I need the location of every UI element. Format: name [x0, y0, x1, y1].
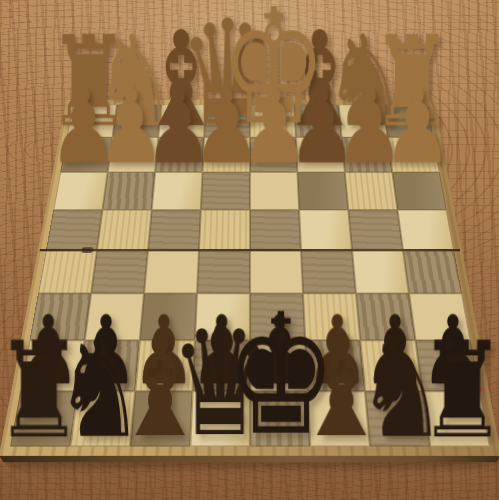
square-r4c2 [97, 210, 152, 250]
dark-king: ♚ [224, 293, 336, 459]
square-r4c4 [199, 210, 250, 250]
square-r5c8 [403, 250, 462, 293]
chess-board: ♜♞♝♛♚♝♞♜♟♟♟♟♟♟♟♟♟♟♟♟♟♟♟♟♜♞♝♛♚♝♞♜ [0, 100, 499, 456]
light-pawn: ♟ [382, 76, 451, 179]
square-r4c1 [46, 210, 103, 250]
board-fold-seam [39, 249, 460, 251]
board-squares-grid: ♜♞♝♛♚♝♞♜♟♟♟♟♟♟♟♟♟♟♟♟♟♟♟♟♜♞♝♛♚♝♞♜ [9, 105, 489, 447]
dark-rook: ♜ [416, 324, 499, 457]
square-r4c8 [397, 210, 454, 250]
chess-set-photo: ♜♞♝♛♚♝♞♜♟♟♟♟♟♟♟♟♟♟♟♟♟♟♟♟♜♞♝♛♚♝♞♜ Angled … [0, 0, 499, 500]
square-r4c7 [348, 210, 403, 250]
square-r5c7 [352, 250, 409, 293]
square-r5c3 [144, 250, 199, 293]
square-r4c5 [250, 210, 301, 250]
square-r2c8: ♟ [387, 137, 439, 172]
square-r8c8: ♜ [422, 391, 490, 446]
square-r4c6 [299, 210, 352, 250]
square-r4c3 [148, 210, 201, 250]
square-r5c2 [91, 250, 148, 293]
square-r5c1 [38, 250, 97, 293]
square-r8c5: ♚ [250, 391, 310, 446]
